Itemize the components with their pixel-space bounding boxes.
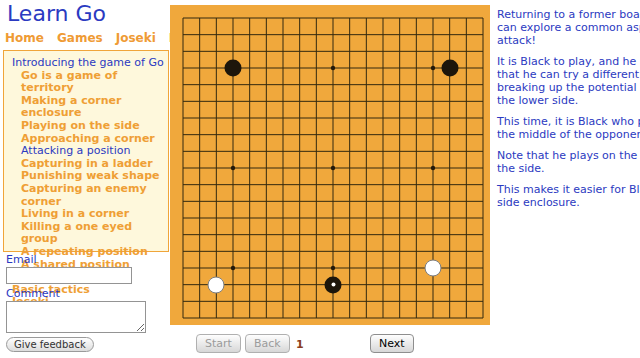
white-stone-Q4 <box>425 260 442 277</box>
nav-joseki[interactable]: Joseki <box>116 31 156 45</box>
text-line: can explore a common aspect o <box>497 21 640 34</box>
comment-field[interactable] <box>6 301 146 333</box>
text-line: the lower side. <box>497 94 640 107</box>
text-line: that he can try a different way o <box>497 68 640 81</box>
give-feedback-button[interactable]: Give feedback <box>6 337 94 352</box>
lesson-item[interactable]: Making a corner enclosure <box>12 95 166 120</box>
text-line: This makes it easier for Black to <box>497 183 640 196</box>
text-line: Note that he plays on the 3rd lin <box>497 149 640 162</box>
text-line: Returning to a former board pos <box>497 8 640 21</box>
lesson-menu: Introducing the game of GoGo is a game o… <box>3 50 169 252</box>
last-move-marker <box>331 283 335 287</box>
lesson-text: Returning to a former board poscan explo… <box>497 8 640 217</box>
text-paragraph: Note that he plays on the 3rd linthe sid… <box>497 149 640 175</box>
nav-home[interactable]: Home <box>5 31 44 45</box>
back-button[interactable]: Back <box>245 334 290 353</box>
white-stone-C3 <box>208 276 225 293</box>
text-paragraph: It is Black to play, and he may dthat he… <box>497 55 640 107</box>
nav-games[interactable]: Games <box>57 31 103 45</box>
text-line: side enclosure. <box>497 196 640 209</box>
text-line: It is Black to play, and he may d <box>497 55 640 68</box>
text-paragraph: This makes it easier for Black toside en… <box>497 183 640 209</box>
text-line: the side. <box>497 162 640 175</box>
email-field[interactable] <box>6 267 132 284</box>
lesson-item[interactable]: Living in a corner <box>12 208 166 221</box>
lesson-item[interactable]: Playing on the side <box>12 120 166 133</box>
email-label: Email <box>6 253 146 266</box>
text-line: This time, it is Black who plays p <box>497 115 640 128</box>
lesson-item-current: Attacking a position <box>12 145 166 158</box>
text-line: attack! <box>497 34 640 47</box>
next-button[interactable]: Next <box>370 334 414 353</box>
black-stone-R16 <box>441 60 458 77</box>
lesson-item[interactable]: Go is a game of territory <box>12 70 166 95</box>
text-paragraph: This time, it is Black who plays pthe mi… <box>497 115 640 141</box>
black-stone-K3 <box>325 276 342 293</box>
text-paragraph: Returning to a former board poscan explo… <box>497 8 640 47</box>
comment-label: Comment <box>6 287 146 300</box>
lesson-item[interactable]: Killing a one eyed group <box>12 221 166 246</box>
text-line: breaking up the potential White <box>497 81 640 94</box>
feedback-form: Email Comment Give feedback <box>6 253 146 352</box>
text-line: the middle of the opponent side <box>497 128 640 141</box>
black-stone-D16 <box>225 60 242 77</box>
lesson-item: Introducing the game of Go <box>12 57 166 70</box>
lesson-item[interactable]: Capturing an enemy corner <box>12 183 166 208</box>
start-button[interactable]: Start <box>196 334 241 353</box>
move-number: 1 <box>296 338 304 351</box>
go-board[interactable] <box>170 5 490 325</box>
site-title: Learn Go <box>7 1 106 26</box>
